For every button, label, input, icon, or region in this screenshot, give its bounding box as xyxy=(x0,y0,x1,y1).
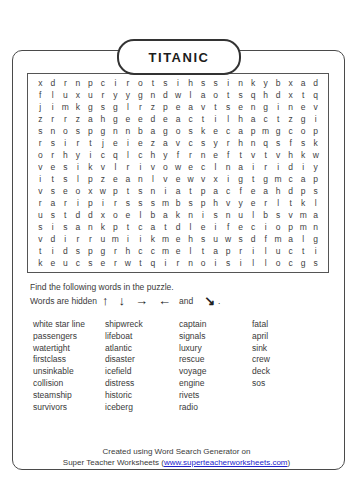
grid-cell: n xyxy=(134,173,147,185)
grid-cell: i xyxy=(34,173,47,185)
grid-cell: t xyxy=(134,257,147,269)
grid-cell: q xyxy=(247,89,260,101)
grid-cell: v xyxy=(284,209,297,221)
grid-cell: a xyxy=(159,137,172,149)
grid-cell: t xyxy=(222,89,235,101)
grid-cell: s xyxy=(234,89,247,101)
grid-cell: r xyxy=(47,149,60,161)
grid-cell: e xyxy=(209,149,222,161)
grid-cell: d xyxy=(247,233,260,245)
grid-cell: a xyxy=(84,113,97,125)
grid-cell: y xyxy=(259,77,272,89)
grid-cell: w xyxy=(97,185,110,197)
grid-cell: d xyxy=(272,89,285,101)
grid-cell: n xyxy=(72,77,85,89)
grid-cell: v xyxy=(247,149,260,161)
word-item: captain xyxy=(179,319,252,331)
grid-cell: i xyxy=(259,221,272,233)
grid-cell: g xyxy=(259,173,272,185)
down-arrow-icon: ↓ xyxy=(118,293,125,308)
instructions-line1: Find the following words in the puzzle. xyxy=(30,282,220,292)
grid-cell: r xyxy=(34,197,47,209)
up-arrow-icon: ↑ xyxy=(102,293,109,308)
grid-cell: o xyxy=(34,149,47,161)
grid-cell: y xyxy=(209,137,222,149)
grid-cell: i xyxy=(247,245,260,257)
grid-cell: r xyxy=(97,89,110,101)
grid-cell: o xyxy=(134,77,147,89)
grid-cell: k xyxy=(197,125,210,137)
grid-cell: e xyxy=(197,221,210,233)
grid-cell: l xyxy=(47,89,60,101)
grid-cell: p xyxy=(297,185,310,197)
grid-cell: i xyxy=(234,257,247,269)
grid-cell: i xyxy=(84,149,97,161)
title-pill: TITANIC xyxy=(117,39,241,75)
grid-cell: s xyxy=(122,197,135,209)
grid-cell: c xyxy=(134,221,147,233)
grid-cell: e xyxy=(59,185,72,197)
grid-cell: e xyxy=(122,209,135,221)
grid-cell: s xyxy=(47,137,60,149)
word-item: crew xyxy=(252,354,270,366)
word-item: lifeboat xyxy=(105,331,179,343)
grid-cell: v xyxy=(197,101,210,113)
grid-cell: a xyxy=(72,221,85,233)
grid-cell: w xyxy=(184,173,197,185)
grid-cell: c xyxy=(284,173,297,185)
grid-cell: r xyxy=(184,149,197,161)
grid-cell: a xyxy=(297,77,310,89)
grid-cell: p xyxy=(309,125,322,137)
word-item: disaster xyxy=(105,354,179,366)
grid-cell: l xyxy=(122,149,135,161)
grid-cell: k xyxy=(72,101,85,113)
grid-cell: e xyxy=(122,113,135,125)
grid-cell: i xyxy=(122,233,135,245)
footer-line2-prefix: Super Teacher Worksheets ( xyxy=(63,458,164,467)
grid-cell: f xyxy=(222,221,235,233)
grid-cell: c xyxy=(72,257,85,269)
grid-cell: t xyxy=(297,89,310,101)
grid-cell: u xyxy=(59,89,72,101)
word-item: iceberg xyxy=(105,402,179,414)
grid-cell: g xyxy=(97,125,110,137)
grid-cell: l xyxy=(222,113,235,125)
grid-cell: o xyxy=(272,257,285,269)
grid-cell: d xyxy=(309,77,322,89)
grid-cell: m xyxy=(109,233,122,245)
grid-cell: h xyxy=(122,245,135,257)
grid-cell: a xyxy=(172,185,185,197)
grid-cell: a xyxy=(184,101,197,113)
grid-cell: p xyxy=(309,173,322,185)
grid-cell: g xyxy=(272,125,285,137)
grid-cell: s xyxy=(234,233,247,245)
grid-cell: s xyxy=(197,233,210,245)
grid-cell: e xyxy=(234,221,247,233)
grid-cell: p xyxy=(84,173,97,185)
grid-cell: s xyxy=(84,257,97,269)
grid-cell: p xyxy=(109,185,122,197)
grid-cell: i xyxy=(134,233,147,245)
grid-cell: g xyxy=(297,113,310,125)
grid-cell: c xyxy=(259,113,272,125)
grid-cell: a xyxy=(309,209,322,221)
grid-cell: d xyxy=(59,245,72,257)
grid-cell: y xyxy=(122,89,135,101)
grid-cell: b xyxy=(272,77,285,89)
grid-cell: c xyxy=(184,137,197,149)
grid-cell: r xyxy=(109,245,122,257)
grid-cell: t xyxy=(59,209,72,221)
grid-cell: j xyxy=(34,101,47,113)
grid-cell: e xyxy=(297,101,310,113)
grid-cell: g xyxy=(297,257,310,269)
grid-cell: v xyxy=(222,197,235,209)
grid-cell: t xyxy=(247,173,260,185)
grid-cell: l xyxy=(309,197,322,209)
grid-cell: f xyxy=(284,137,297,149)
grid-cell: e xyxy=(247,197,260,209)
grid-cell: s xyxy=(309,257,322,269)
word-item: engine xyxy=(179,378,252,390)
grid-cell: v xyxy=(147,161,160,173)
grid-cell: i xyxy=(272,101,285,113)
grid-cell: a xyxy=(172,113,185,125)
grid-cell: o xyxy=(59,125,72,137)
grid-cell: n xyxy=(222,161,235,173)
grid-cell: i xyxy=(159,257,172,269)
grid-cell: g xyxy=(109,101,122,113)
grid-cell: l xyxy=(184,221,197,233)
grid-cell: l xyxy=(259,257,272,269)
grid-cell: s xyxy=(184,197,197,209)
grid-cell: s xyxy=(209,77,222,89)
grid-cell: n xyxy=(197,149,210,161)
grid-cell: l xyxy=(272,197,285,209)
grid-cell: e xyxy=(109,173,122,185)
grid-cell: e xyxy=(247,185,260,197)
grid-cell: s xyxy=(309,185,322,197)
grid-cell: t xyxy=(47,173,60,185)
grid-cell: i xyxy=(47,245,60,257)
grid-cell: v xyxy=(197,173,210,185)
word-item: fatal xyxy=(252,319,270,331)
grid-cell: t xyxy=(197,113,210,125)
word-item: steamship xyxy=(33,390,105,402)
grid-cell: i xyxy=(72,161,85,173)
grid-cell: n xyxy=(184,209,197,221)
grid-cell: c xyxy=(134,245,147,257)
word-item: collision xyxy=(33,378,105,390)
grid-cell: k xyxy=(97,221,110,233)
grid-cell: a xyxy=(234,161,247,173)
word-item: historic xyxy=(105,390,179,402)
grid-cell: a xyxy=(197,89,210,101)
grid-cell: l xyxy=(184,89,197,101)
word-list: white star linepassengerswatertightfirst… xyxy=(33,319,335,413)
grid-cell: m xyxy=(272,233,285,245)
grid-cell: a xyxy=(47,197,60,209)
grid-cell: i xyxy=(197,209,210,221)
grid-cell: n xyxy=(109,125,122,137)
grid-cell: t xyxy=(234,149,247,161)
grid-cell: h xyxy=(259,89,272,101)
grid-cell: t xyxy=(122,221,135,233)
grid-cell: s xyxy=(222,257,235,269)
word-item: distress xyxy=(105,378,179,390)
grid-cell: h xyxy=(284,149,297,161)
grid-cell: u xyxy=(272,245,285,257)
grid-cell: i xyxy=(47,101,60,113)
grid-cell: t xyxy=(272,113,285,125)
grid-cell: t xyxy=(84,137,97,149)
word-item: luxury xyxy=(179,343,252,355)
grid-cell: n xyxy=(234,77,247,89)
grid-cell: m xyxy=(159,197,172,209)
grid-cell: g xyxy=(97,245,110,257)
grid-cell: p xyxy=(284,221,297,233)
grid-cell: h xyxy=(272,185,285,197)
grid-cell: c xyxy=(97,77,110,89)
grid-cell: n xyxy=(184,257,197,269)
grid-cell: n xyxy=(47,125,60,137)
word-item: sos xyxy=(252,378,270,390)
grid-cell: g xyxy=(134,89,147,101)
grid-cell: i xyxy=(209,113,222,125)
grid-cell: a xyxy=(209,245,222,257)
grid-cell: d xyxy=(47,77,60,89)
grid-cell: u xyxy=(234,209,247,221)
grid-cell: l xyxy=(134,209,147,221)
grid-cell: z xyxy=(284,113,297,125)
grid-cell: h xyxy=(184,233,197,245)
grid-cell: t xyxy=(34,245,47,257)
grid-cell: t xyxy=(184,185,197,197)
worksheet-page: TITANIC xdrnpcirotsihssinkybxadfluxuryyg… xyxy=(0,0,353,500)
grid-cell: g xyxy=(109,113,122,125)
grid-cell: z xyxy=(72,113,85,125)
grid-cell: x xyxy=(72,89,85,101)
grid-cell: o xyxy=(159,161,172,173)
grid-cell: r xyxy=(59,113,72,125)
grid-cell: s xyxy=(47,209,60,221)
grid-cell: i xyxy=(209,221,222,233)
grid-cell: w xyxy=(222,233,235,245)
grid-cell: o xyxy=(272,221,285,233)
grid-cell: e xyxy=(47,257,60,269)
grid-cell: i xyxy=(159,185,172,197)
grid-cell: t xyxy=(259,149,272,161)
letter-grid: xdrnpcirotsihssinkybxadfluxuryygndwlaots… xyxy=(34,77,322,269)
grid-cell: s xyxy=(209,209,222,221)
grid-cell: o xyxy=(172,125,185,137)
grid-cell: n xyxy=(84,221,97,233)
grid-cell: i xyxy=(134,161,147,173)
instructions-conjunction: and xyxy=(179,296,193,306)
grid-cell: i xyxy=(309,245,322,257)
grid-cell: e xyxy=(109,137,122,149)
grid-cell: r xyxy=(109,197,122,209)
grid-cell: g xyxy=(234,173,247,185)
grid-cell: i xyxy=(109,77,122,89)
grid-cell: s xyxy=(34,125,47,137)
word-item: sink xyxy=(252,343,270,355)
grid-cell: m xyxy=(159,233,172,245)
grid-cell: p xyxy=(84,245,97,257)
grid-cell: i xyxy=(59,137,72,149)
grid-cell: o xyxy=(209,89,222,101)
grid-cell: i xyxy=(47,221,60,233)
grid-cell: n xyxy=(222,209,235,221)
grid-cell: v xyxy=(34,233,47,245)
grid-cell: c xyxy=(222,185,235,197)
grid-cell: l xyxy=(184,245,197,257)
grid-cell: i xyxy=(309,113,322,125)
grid-cell: m xyxy=(159,245,172,257)
grid-cell: j xyxy=(97,137,110,149)
grid-cell: u xyxy=(97,233,110,245)
puzzle-grid-box: xdrnpcirotsihssinkybxadfluxuryygndwlaots… xyxy=(27,73,329,273)
grid-cell: d xyxy=(159,89,172,101)
grid-cell: t xyxy=(159,221,172,233)
grid-cell: k xyxy=(84,161,97,173)
grid-cell: b xyxy=(172,197,185,209)
word-item: icefield xyxy=(105,366,179,378)
grid-cell: b xyxy=(134,125,147,137)
grid-cell: w xyxy=(122,257,135,269)
grid-cell: s xyxy=(34,221,47,233)
grid-cell: r xyxy=(59,77,72,89)
grid-cell: p xyxy=(84,197,97,209)
grid-cell: k xyxy=(297,149,310,161)
grid-cell: i xyxy=(272,161,285,173)
grid-cell: r xyxy=(222,137,235,149)
grid-cell: c xyxy=(134,149,147,161)
grid-cell: t xyxy=(197,245,210,257)
footer-line2-suffix: ) xyxy=(288,458,291,467)
grid-cell: l xyxy=(297,233,310,245)
grid-cell: w xyxy=(309,149,322,161)
grid-cell: p xyxy=(159,101,172,113)
grid-cell: s xyxy=(134,185,147,197)
grid-cell: a xyxy=(209,185,222,197)
grid-cell: r xyxy=(259,197,272,209)
word-item: atlantic xyxy=(105,343,179,355)
word-item: firstclass xyxy=(33,354,105,366)
grid-cell: a xyxy=(284,233,297,245)
grid-cell: g xyxy=(259,101,272,113)
grid-cell: r xyxy=(172,257,185,269)
grid-cell: i xyxy=(222,77,235,89)
grid-cell: z xyxy=(97,173,110,185)
grid-cell: k xyxy=(147,233,160,245)
grid-cell: x xyxy=(34,77,47,89)
word-item: rivets xyxy=(179,390,252,402)
grid-cell: f xyxy=(34,89,47,101)
grid-cell: i xyxy=(97,197,110,209)
grid-cell: y xyxy=(159,149,172,161)
instructions: Find the following words in the puzzle. … xyxy=(30,282,220,307)
grid-cell: o xyxy=(109,209,122,221)
grid-cell: o xyxy=(72,185,85,197)
grid-cell: s xyxy=(272,209,285,221)
word-item: passengers xyxy=(33,331,105,343)
grid-cell: e xyxy=(97,257,110,269)
grid-cell: t xyxy=(284,197,297,209)
grid-cell: k xyxy=(172,209,185,221)
grid-cell: c xyxy=(222,125,235,137)
grid-cell: v xyxy=(34,185,47,197)
grid-cell: i xyxy=(297,161,310,173)
grid-cell: l xyxy=(247,257,260,269)
grid-cell: s xyxy=(272,137,285,149)
grid-cell: n xyxy=(147,89,160,101)
grid-cell: n xyxy=(284,101,297,113)
grid-cell: a xyxy=(234,125,247,137)
grid-cell: r xyxy=(34,137,47,149)
grid-cell: s xyxy=(222,101,235,113)
footer-link[interactable]: www.superteacherworksheets.com xyxy=(164,458,288,467)
grid-cell: p xyxy=(109,221,122,233)
grid-cell: t xyxy=(209,101,222,113)
grid-cell: f xyxy=(222,149,235,161)
grid-cell: u xyxy=(209,233,222,245)
down-right-arrow-icon: ↘ xyxy=(204,294,215,307)
grid-cell: r xyxy=(84,233,97,245)
grid-cell: a xyxy=(259,185,272,197)
grid-cell: r xyxy=(47,113,60,125)
grid-cell: u xyxy=(34,209,47,221)
grid-cell: s xyxy=(72,245,85,257)
grid-cell: l xyxy=(122,101,135,113)
grid-cell: l xyxy=(147,173,160,185)
grid-cell: o xyxy=(197,257,210,269)
grid-cell: e xyxy=(134,113,147,125)
grid-cell: d xyxy=(47,233,60,245)
grid-cell: z xyxy=(147,101,160,113)
grid-cell: f xyxy=(172,149,185,161)
grid-cell: e xyxy=(172,245,185,257)
grid-cell: q xyxy=(147,257,160,269)
grid-cell: h xyxy=(147,149,160,161)
direction-arrows: ↑↓→← xyxy=(97,294,176,307)
grid-cell: v xyxy=(172,137,185,149)
word-item: white star line xyxy=(33,319,105,331)
grid-cell: b xyxy=(259,209,272,221)
grid-cell: r xyxy=(122,77,135,89)
grid-cell: l xyxy=(209,161,222,173)
grid-cell: w xyxy=(172,89,185,101)
grid-cell: f xyxy=(234,185,247,197)
grid-cell: e xyxy=(172,101,185,113)
grid-cell: s xyxy=(159,77,172,89)
grid-cell: p xyxy=(197,185,210,197)
grid-cell: e xyxy=(234,101,247,113)
word-item: deck xyxy=(252,366,270,378)
instructions-line2: Words are hidden ↑↓→← and ↘ . xyxy=(30,294,220,307)
grid-cell: n xyxy=(309,221,322,233)
word-item: survivors xyxy=(33,402,105,414)
grid-cell: r xyxy=(134,101,147,113)
grid-cell: b xyxy=(147,209,160,221)
grid-cell: f xyxy=(259,233,272,245)
grid-cell: c xyxy=(284,245,297,257)
grid-cell: h xyxy=(59,149,72,161)
grid-cell: u xyxy=(84,89,97,101)
grid-cell: z xyxy=(147,137,160,149)
